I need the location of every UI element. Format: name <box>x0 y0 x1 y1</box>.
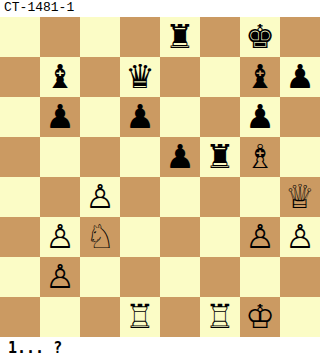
square-f6[interactable] <box>200 97 240 137</box>
square-f4[interactable] <box>200 177 240 217</box>
square-e4[interactable] <box>160 177 200 217</box>
piece-black-rook: ♜ <box>200 137 240 177</box>
square-d1[interactable]: ♖ <box>120 297 160 337</box>
piece-black-pawn: ♟ <box>160 137 200 177</box>
puzzle-id: CT-1481-1 <box>0 0 320 17</box>
square-a5[interactable] <box>0 137 40 177</box>
piece-white-pawn: ♙ <box>80 177 120 217</box>
square-c6[interactable] <box>80 97 120 137</box>
square-b1[interactable] <box>40 297 80 337</box>
piece-white-rook: ♖ <box>120 297 160 337</box>
square-e5[interactable]: ♟ <box>160 137 200 177</box>
square-b8[interactable] <box>40 17 80 57</box>
move-prompt: 1... ? <box>0 337 320 360</box>
square-a7[interactable] <box>0 57 40 97</box>
square-c1[interactable] <box>80 297 120 337</box>
square-d8[interactable] <box>120 17 160 57</box>
square-d4[interactable] <box>120 177 160 217</box>
chess-board: ♜♚♝♛♝♟♟♟♟♟♜♗♙♕♙♘♙♙♙♖♖♔ <box>0 17 320 337</box>
piece-white-pawn: ♙ <box>280 217 320 257</box>
square-g2[interactable] <box>240 257 280 297</box>
piece-black-pawn: ♟ <box>240 97 280 137</box>
square-f2[interactable] <box>200 257 240 297</box>
square-h5[interactable] <box>280 137 320 177</box>
square-b7[interactable]: ♝ <box>40 57 80 97</box>
square-h2[interactable] <box>280 257 320 297</box>
piece-black-bishop: ♝ <box>240 57 280 97</box>
chess-diagram-window: CT-1481-1 ♜♚♝♛♝♟♟♟♟♟♜♗♙♕♙♘♙♙♙♖♖♔ 1... ? <box>0 0 320 360</box>
square-d2[interactable] <box>120 257 160 297</box>
square-g1[interactable]: ♔ <box>240 297 280 337</box>
square-d6[interactable]: ♟ <box>120 97 160 137</box>
square-a3[interactable] <box>0 217 40 257</box>
piece-black-pawn: ♟ <box>120 97 160 137</box>
square-f7[interactable] <box>200 57 240 97</box>
square-a1[interactable] <box>0 297 40 337</box>
piece-white-pawn: ♙ <box>240 217 280 257</box>
square-a6[interactable] <box>0 97 40 137</box>
square-c4[interactable]: ♙ <box>80 177 120 217</box>
square-b3[interactable]: ♙ <box>40 217 80 257</box>
piece-black-pawn: ♟ <box>280 57 320 97</box>
square-g8[interactable]: ♚ <box>240 17 280 57</box>
piece-black-pawn: ♟ <box>40 97 80 137</box>
square-h7[interactable]: ♟ <box>280 57 320 97</box>
piece-black-queen: ♛ <box>120 57 160 97</box>
piece-white-queen: ♕ <box>280 177 320 217</box>
square-d3[interactable] <box>120 217 160 257</box>
square-b5[interactable] <box>40 137 80 177</box>
square-e3[interactable] <box>160 217 200 257</box>
square-c5[interactable] <box>80 137 120 177</box>
square-g6[interactable]: ♟ <box>240 97 280 137</box>
square-d5[interactable] <box>120 137 160 177</box>
square-b2[interactable]: ♙ <box>40 257 80 297</box>
piece-white-knight: ♘ <box>80 217 120 257</box>
square-d7[interactable]: ♛ <box>120 57 160 97</box>
square-a8[interactable] <box>0 17 40 57</box>
piece-white-rook: ♖ <box>200 297 240 337</box>
square-g7[interactable]: ♝ <box>240 57 280 97</box>
piece-black-rook: ♜ <box>160 17 200 57</box>
square-c2[interactable] <box>80 257 120 297</box>
square-b6[interactable]: ♟ <box>40 97 80 137</box>
piece-black-bishop: ♝ <box>40 57 80 97</box>
square-a2[interactable] <box>0 257 40 297</box>
square-h4[interactable]: ♕ <box>280 177 320 217</box>
square-e2[interactable] <box>160 257 200 297</box>
square-a4[interactable] <box>0 177 40 217</box>
square-f1[interactable]: ♖ <box>200 297 240 337</box>
square-c7[interactable] <box>80 57 120 97</box>
square-h8[interactable] <box>280 17 320 57</box>
square-h6[interactable] <box>280 97 320 137</box>
square-e8[interactable]: ♜ <box>160 17 200 57</box>
square-f3[interactable] <box>200 217 240 257</box>
square-e1[interactable] <box>160 297 200 337</box>
piece-black-king: ♚ <box>240 17 280 57</box>
square-h1[interactable] <box>280 297 320 337</box>
square-g5[interactable]: ♗ <box>240 137 280 177</box>
square-b4[interactable] <box>40 177 80 217</box>
square-c3[interactable]: ♘ <box>80 217 120 257</box>
square-c8[interactable] <box>80 17 120 57</box>
piece-white-pawn: ♙ <box>40 257 80 297</box>
square-g4[interactable] <box>240 177 280 217</box>
square-f8[interactable] <box>200 17 240 57</box>
square-h3[interactable]: ♙ <box>280 217 320 257</box>
piece-white-pawn: ♙ <box>40 217 80 257</box>
square-e6[interactable] <box>160 97 200 137</box>
square-e7[interactable] <box>160 57 200 97</box>
square-f5[interactable]: ♜ <box>200 137 240 177</box>
piece-white-bishop: ♗ <box>240 137 280 177</box>
square-g3[interactable]: ♙ <box>240 217 280 257</box>
piece-white-king: ♔ <box>240 297 280 337</box>
